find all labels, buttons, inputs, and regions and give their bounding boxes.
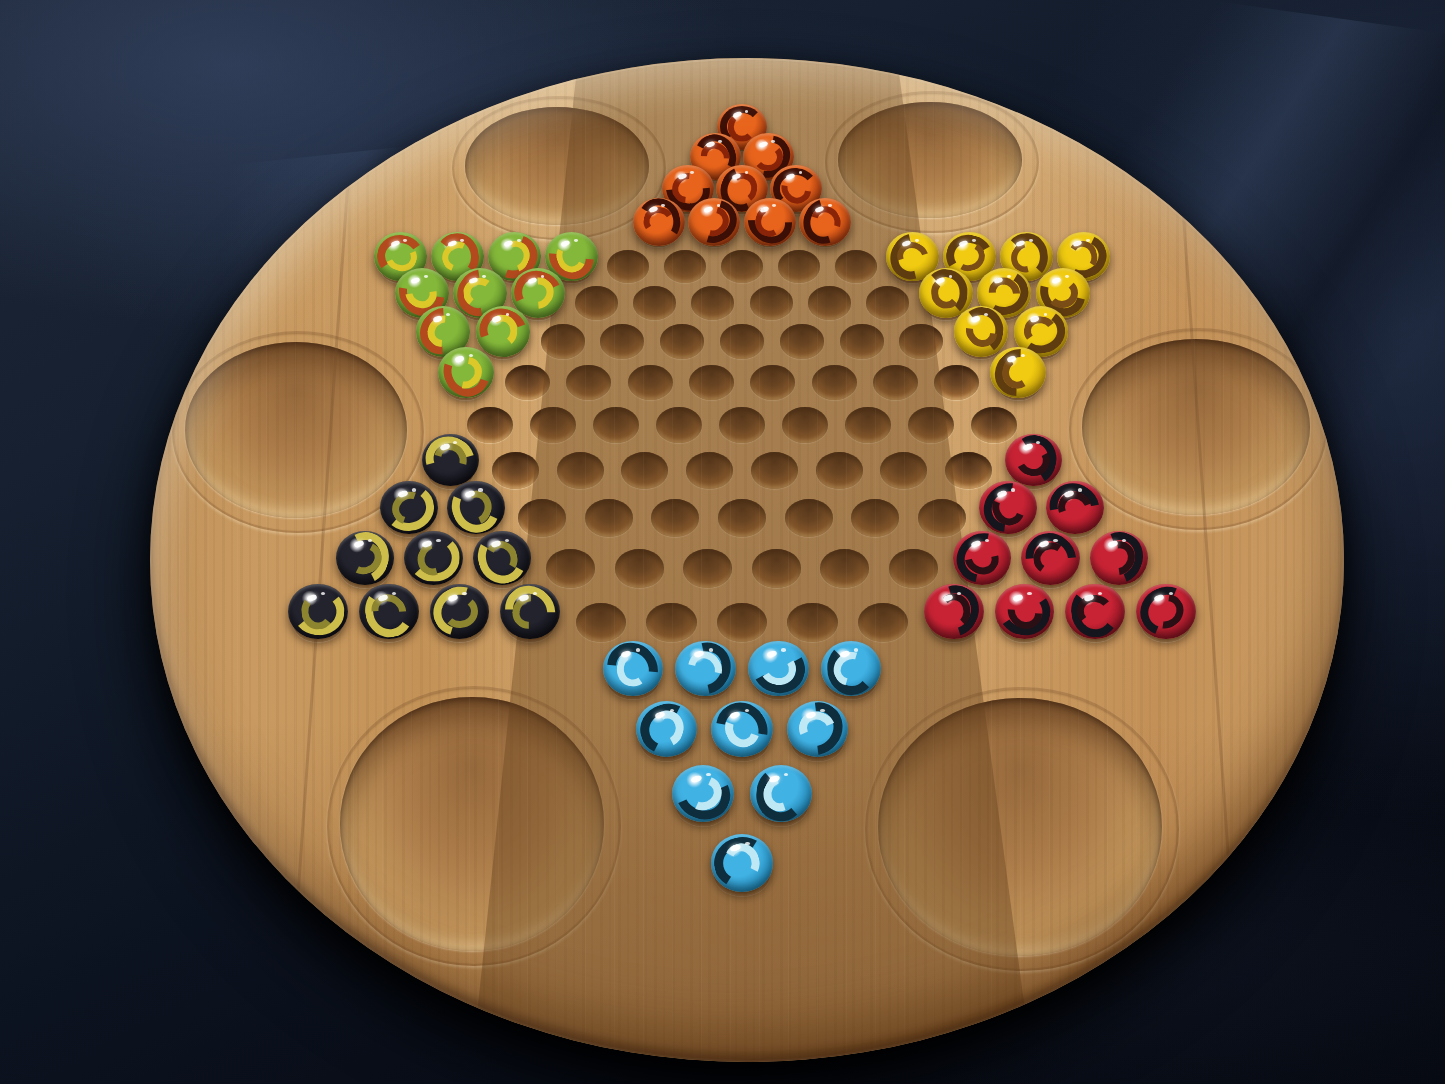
- marble-highlight: [1086, 239, 1090, 242]
- plank-seam: [1170, 58, 1250, 1062]
- hole-r12-c4[interactable]: [546, 549, 595, 587]
- marble-highlight: [972, 239, 976, 242]
- marble-highlight: [1169, 592, 1173, 595]
- marble-red-8[interactable]: [995, 584, 1055, 639]
- marble-highlight: [709, 648, 713, 651]
- marble-highlight: [828, 204, 832, 207]
- marble-blue-10[interactable]: [711, 834, 774, 892]
- marble-highlight: [574, 239, 578, 242]
- marble-black-7[interactable]: [288, 584, 348, 639]
- hole-r6-c5[interactable]: [633, 286, 676, 320]
- marble-highlight: [1011, 488, 1015, 491]
- marble-blue-1[interactable]: [603, 641, 663, 697]
- marble-highlight: [636, 648, 640, 651]
- marble-red-10[interactable]: [1136, 584, 1196, 639]
- marble-highlight: [1122, 539, 1126, 542]
- hole-r11-c7[interactable]: [785, 499, 833, 537]
- hole-r11-c9[interactable]: [918, 499, 966, 537]
- hole-r10-c4[interactable]: [621, 452, 668, 489]
- marble-black-2[interactable]: [380, 481, 438, 534]
- hole-r11-c5[interactable]: [651, 499, 699, 537]
- hole-r13-c6[interactable]: [646, 603, 696, 642]
- marble-highlight: [517, 239, 521, 242]
- marble-blue-6[interactable]: [711, 701, 772, 757]
- marble-highlight: [460, 239, 464, 242]
- marble-red-7[interactable]: [924, 584, 984, 639]
- hole-r6-c6[interactable]: [691, 286, 734, 320]
- marble-red-4[interactable]: [953, 531, 1012, 585]
- marble-blue-7[interactable]: [787, 701, 848, 757]
- marble-black-4[interactable]: [336, 531, 395, 585]
- marble-black-3[interactable]: [447, 481, 505, 534]
- marble-blue-3[interactable]: [748, 641, 808, 697]
- hole-r10-c8[interactable]: [880, 452, 927, 489]
- marble-highlight: [368, 539, 372, 542]
- marble-highlight: [820, 709, 824, 712]
- hole-r10-c6[interactable]: [751, 452, 798, 489]
- hole-r8-c4[interactable]: [628, 365, 673, 400]
- hole-r8-c2[interactable]: [505, 365, 550, 400]
- marble-highlight: [718, 140, 722, 143]
- marble-highlight: [1029, 239, 1033, 242]
- marble-blue-9[interactable]: [750, 765, 812, 822]
- hole-r11-c4[interactable]: [585, 499, 633, 537]
- chinese-checkers-board: [150, 58, 1344, 1062]
- hole-r7-c3[interactable]: [541, 324, 585, 358]
- marble-tray-bottom-left[interactable]: [340, 697, 604, 951]
- marble-highlight: [985, 539, 989, 542]
- marble-tray-bottom-right[interactable]: [878, 698, 1162, 956]
- hole-r7-c8[interactable]: [840, 324, 884, 358]
- marble-black-6[interactable]: [473, 531, 532, 585]
- marble-highlight: [1078, 488, 1082, 491]
- hole-r11-c6[interactable]: [718, 499, 766, 537]
- hole-r9-c2[interactable]: [530, 407, 576, 443]
- hole-r10-c2[interactable]: [492, 452, 539, 489]
- hole-r10-c9[interactable]: [945, 452, 992, 489]
- hole-r13-c5[interactable]: [576, 603, 626, 642]
- marble-orange-10[interactable]: [799, 198, 851, 246]
- marble-highlight: [781, 648, 785, 651]
- hole-r13-c9[interactable]: [858, 603, 908, 642]
- marble-highlight: [745, 842, 749, 845]
- marble-highlight: [436, 539, 440, 542]
- marble-yellow-8[interactable]: [954, 306, 1009, 356]
- hole-r6-c9[interactable]: [866, 286, 909, 320]
- marble-green-10[interactable]: [438, 347, 494, 398]
- marble-black-10[interactable]: [500, 584, 560, 639]
- marble-red-3[interactable]: [1046, 481, 1104, 534]
- marble-red-9[interactable]: [1065, 584, 1125, 639]
- hole-r12-c8[interactable]: [820, 549, 869, 587]
- marble-highlight: [1027, 592, 1031, 595]
- marble-red-6[interactable]: [1090, 531, 1149, 585]
- hole-r9-c8[interactable]: [908, 407, 954, 443]
- hole-r9-c5[interactable]: [719, 407, 765, 443]
- hole-r7-c6[interactable]: [720, 324, 764, 358]
- marble-tray-left[interactable]: [185, 342, 407, 518]
- marble-highlight: [505, 539, 509, 542]
- marble-highlight: [915, 239, 919, 242]
- hole-r5-c6[interactable]: [664, 250, 706, 283]
- hole-r7-c5[interactable]: [660, 324, 704, 358]
- marble-black-8[interactable]: [359, 584, 419, 639]
- marble-black-5[interactable]: [404, 531, 463, 585]
- hole-r11-c3[interactable]: [518, 499, 566, 537]
- hole-r10-c3[interactable]: [557, 452, 604, 489]
- marble-yellow-10[interactable]: [990, 347, 1046, 398]
- marble-orange-7[interactable]: [633, 198, 685, 246]
- hole-r9-c4[interactable]: [656, 407, 702, 443]
- marble-orange-9[interactable]: [744, 198, 796, 246]
- marble-highlight: [1021, 354, 1025, 357]
- hole-r7-c4[interactable]: [600, 324, 644, 358]
- hole-r6-c7[interactable]: [750, 286, 793, 320]
- marble-highlight: [478, 488, 482, 491]
- marble-black-9[interactable]: [430, 584, 490, 639]
- marble-red-5[interactable]: [1021, 531, 1080, 585]
- marble-highlight: [1053, 539, 1057, 542]
- hole-r6-c8[interactable]: [808, 286, 851, 320]
- hole-r8-c3[interactable]: [566, 365, 611, 400]
- hole-r12-c5[interactable]: [615, 549, 664, 587]
- hole-r5-c7[interactable]: [721, 250, 763, 283]
- table-cloth: [0, 0, 1445, 1084]
- hole-r12-c9[interactable]: [889, 549, 938, 587]
- marble-tray-right[interactable]: [1082, 339, 1310, 515]
- marble-tray-top-right[interactable]: [838, 102, 1022, 218]
- marble-highlight: [469, 354, 473, 357]
- hole-r5-c8[interactable]: [778, 250, 820, 283]
- hole-r13-c8[interactable]: [787, 603, 837, 642]
- hole-r8-c9[interactable]: [934, 365, 979, 400]
- hole-r7-c9[interactable]: [899, 324, 943, 358]
- marble-highlight: [412, 488, 416, 491]
- hole-r8-c6[interactable]: [750, 365, 795, 400]
- marble-orange-8[interactable]: [688, 198, 740, 246]
- marble-highlight: [771, 140, 775, 143]
- hole-r8-c5[interactable]: [689, 365, 734, 400]
- marble-tray-top-left[interactable]: [465, 107, 649, 225]
- hole-r9-c3[interactable]: [593, 407, 639, 443]
- hole-r6-c4[interactable]: [575, 286, 618, 320]
- marble-red-1[interactable]: [1005, 434, 1062, 487]
- hole-r12-c6[interactable]: [683, 549, 732, 587]
- marble-green-9[interactable]: [476, 306, 531, 356]
- hole-r13-c7[interactable]: [717, 603, 767, 642]
- hole-r5-c5[interactable]: [607, 250, 649, 283]
- marble-highlight: [403, 239, 407, 242]
- hole-r8-c8[interactable]: [873, 365, 918, 400]
- hole-r7-c7[interactable]: [780, 324, 824, 358]
- marble-blue-8[interactable]: [672, 765, 734, 822]
- hole-r12-c7[interactable]: [752, 549, 801, 587]
- hole-r9-c1[interactable]: [467, 407, 513, 443]
- hole-r11-c8[interactable]: [851, 499, 899, 537]
- hole-r8-c7[interactable]: [812, 365, 857, 400]
- hole-r9-c6[interactable]: [782, 407, 828, 443]
- hole-r10-c5[interactable]: [686, 452, 733, 489]
- hole-r10-c7[interactable]: [816, 452, 863, 489]
- hole-r9-c9[interactable]: [971, 407, 1017, 443]
- hole-r9-c7[interactable]: [845, 407, 891, 443]
- marble-highlight: [462, 592, 466, 595]
- hole-r5-c9[interactable]: [835, 250, 877, 283]
- marble-highlight: [745, 110, 749, 113]
- marble-black-1[interactable]: [422, 434, 479, 487]
- marble-blue-2[interactable]: [675, 641, 735, 697]
